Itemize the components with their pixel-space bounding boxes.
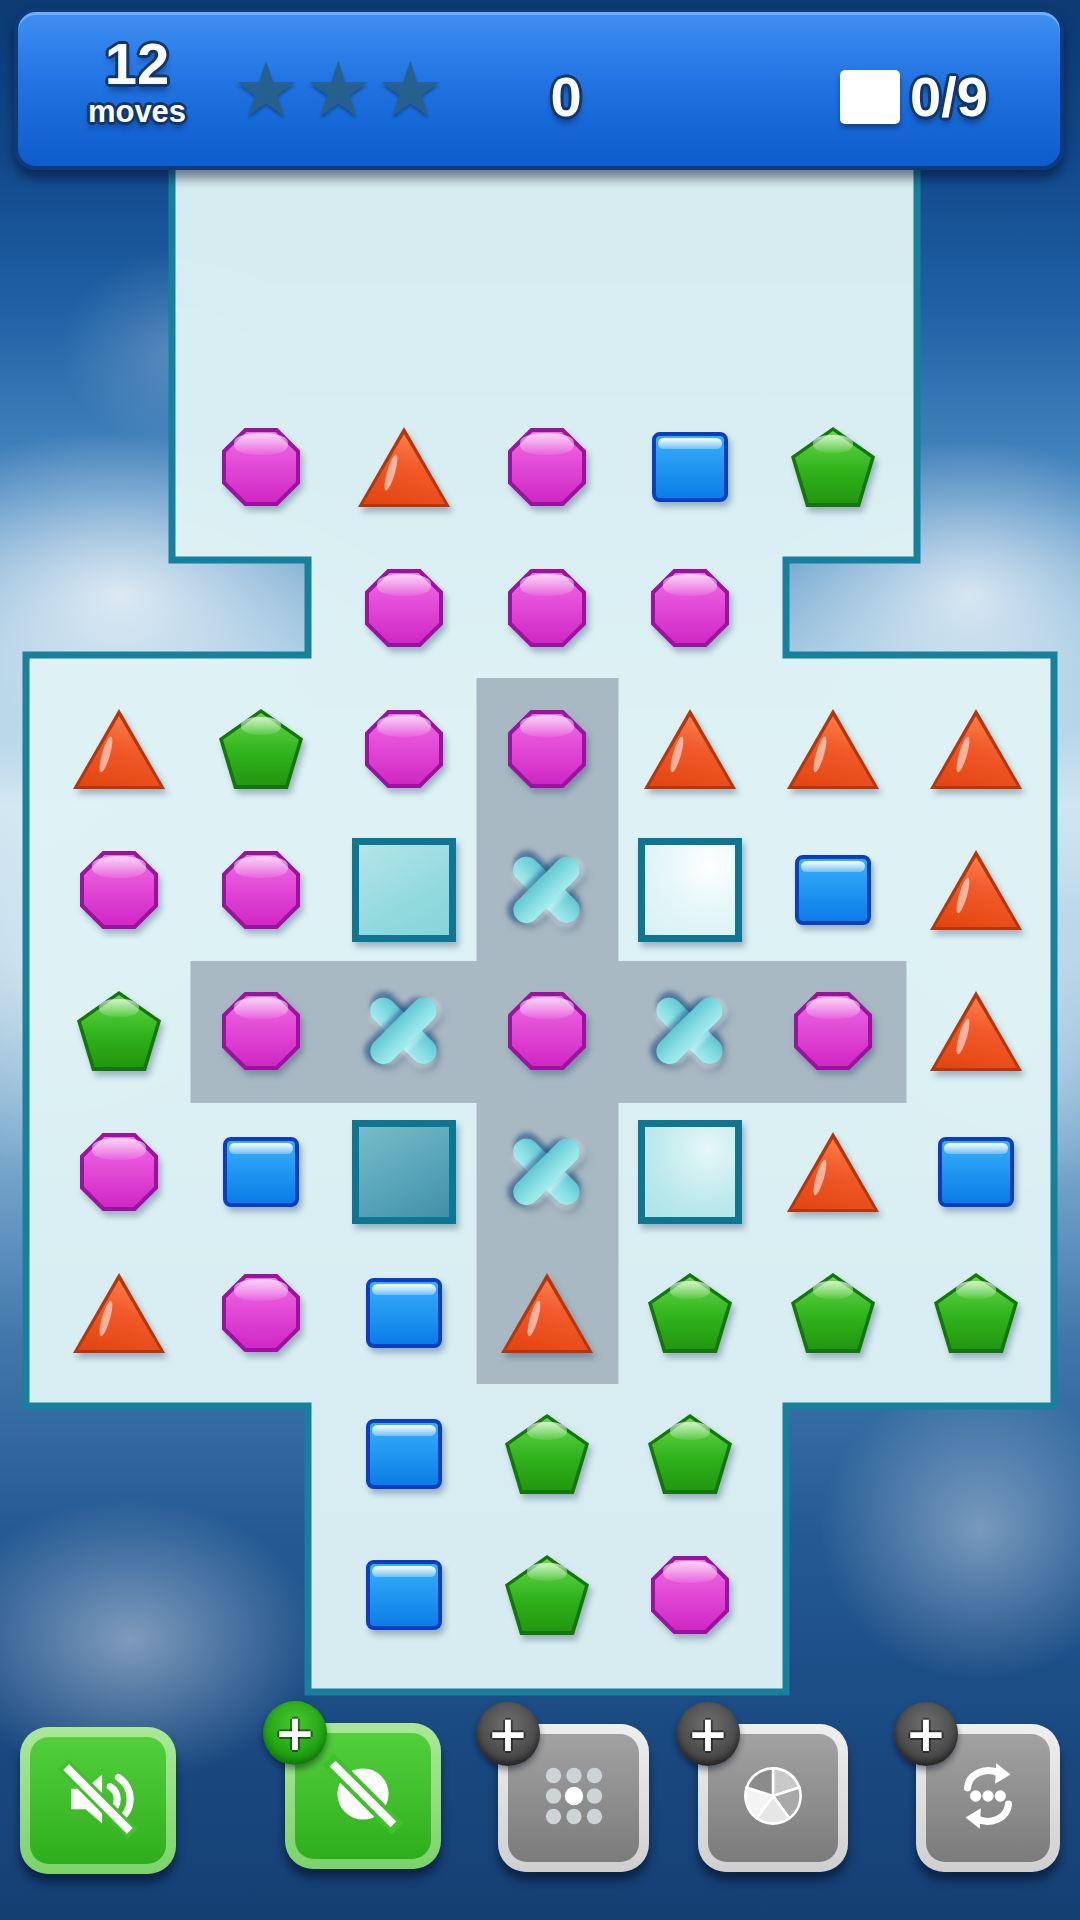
ice-tile-r5c2 xyxy=(352,838,456,942)
piece-triangle-r8c0[interactable] xyxy=(73,1273,165,1353)
piece-octagon-r3c3[interactable] xyxy=(508,569,586,647)
piece-square-r5c5[interactable] xyxy=(795,855,871,925)
piece-octagon-r5c1[interactable] xyxy=(222,851,300,929)
goal-progress: 0/9 xyxy=(910,64,988,129)
ball-slash-icon xyxy=(320,1751,406,1841)
score-value: 0 xyxy=(496,64,636,129)
pie-chart-icon xyxy=(730,1753,816,1843)
piece-square-r7c6[interactable] xyxy=(938,1137,1014,1207)
piece-pentagon-r9c3[interactable] xyxy=(505,1414,589,1494)
goal-chip: 0/9 xyxy=(840,64,988,129)
piece-pentagon-r8c6[interactable] xyxy=(934,1273,1018,1353)
piece-octagon-r3c2[interactable] xyxy=(365,569,443,647)
ice-tile-r7c2 xyxy=(352,1120,456,1224)
piece-octagon-r6c1[interactable] xyxy=(222,992,300,1070)
moves-label: moves xyxy=(62,96,212,128)
piece-octagon-r4c3[interactable] xyxy=(508,710,586,788)
piece-octagon-r8c1[interactable] xyxy=(222,1274,300,1352)
mute-button[interactable] xyxy=(20,1727,176,1874)
piece-square-r10c2[interactable] xyxy=(366,1560,442,1630)
piece-triangle-r4c6[interactable] xyxy=(930,709,1022,789)
piece-pentagon-r9c4[interactable] xyxy=(648,1414,732,1494)
piece-octagon-r2c1[interactable] xyxy=(222,428,300,506)
piece-pentagon-r4c1[interactable] xyxy=(219,709,303,789)
ice-tile-r7c4 xyxy=(638,1120,742,1224)
plus-badge: + xyxy=(263,1701,327,1765)
pie-chart-booster-button[interactable]: + xyxy=(698,1724,848,1872)
piece-triangle-r5c6[interactable] xyxy=(930,850,1022,930)
muted-speaker-icon xyxy=(55,1756,141,1846)
game-screen: 12 moves ★★★ 0 0/9 ++++ xyxy=(0,0,1080,1920)
piece-pentagon-r8c4[interactable] xyxy=(648,1273,732,1353)
plus-badge: + xyxy=(676,1702,740,1766)
hud-bar: 12 moves ★★★ 0 0/9 xyxy=(14,8,1064,170)
piece-triangle-r4c4[interactable] xyxy=(644,709,736,789)
piece-triangle-r2c2[interactable] xyxy=(358,427,450,507)
star-rating: ★★★ xyxy=(232,52,444,128)
moves-counter: 12 moves xyxy=(62,34,212,128)
ice-tile-r5c4 xyxy=(638,838,742,942)
piece-octagon-r6c5[interactable] xyxy=(794,992,872,1070)
plus-badge: + xyxy=(894,1702,958,1766)
piece-square-r9c2[interactable] xyxy=(366,1419,442,1489)
piece-triangle-r6c6[interactable] xyxy=(930,991,1022,1071)
shuffle-icon xyxy=(945,1753,1031,1843)
cross-blocker-r6c4 xyxy=(650,991,730,1071)
piece-triangle-r8c3[interactable] xyxy=(501,1273,593,1353)
hide-ball-button[interactable]: + xyxy=(285,1723,441,1869)
shuffle-booster-button[interactable]: + xyxy=(916,1724,1060,1872)
piece-square-r8c2[interactable] xyxy=(366,1278,442,1348)
plus-badge: + xyxy=(476,1702,540,1766)
piece-octagon-r6c3[interactable] xyxy=(508,992,586,1070)
piece-square-r7c1[interactable] xyxy=(223,1137,299,1207)
piece-pentagon-r8c5[interactable] xyxy=(791,1273,875,1353)
piece-pentagon-r2c5[interactable] xyxy=(791,427,875,507)
piece-triangle-r4c0[interactable] xyxy=(73,709,165,789)
moves-value: 12 xyxy=(62,34,212,94)
piece-octagon-r10c4[interactable] xyxy=(651,1556,729,1634)
star-icon: ★ xyxy=(232,52,300,128)
piece-triangle-r7c5[interactable] xyxy=(787,1132,879,1212)
piece-octagon-r5c0[interactable] xyxy=(80,851,158,929)
piece-square-r2c4[interactable] xyxy=(652,432,728,502)
white-square-goal-icon xyxy=(840,70,900,124)
piece-octagon-r4c2[interactable] xyxy=(365,710,443,788)
dots-grid-icon xyxy=(531,1753,617,1843)
piece-octagon-r7c0[interactable] xyxy=(80,1133,158,1211)
piece-pentagon-r10c3[interactable] xyxy=(505,1555,589,1635)
piece-pentagon-r6c0[interactable] xyxy=(77,991,161,1071)
dots-grid-booster-button[interactable]: + xyxy=(498,1724,649,1872)
cross-blocker-r5c3 xyxy=(507,850,587,930)
cross-blocker-r7c3 xyxy=(507,1132,587,1212)
piece-triangle-r4c5[interactable] xyxy=(787,709,879,789)
star-icon: ★ xyxy=(376,52,444,128)
piece-octagon-r3c4[interactable] xyxy=(651,569,729,647)
cross-blocker-r6c2 xyxy=(364,991,444,1071)
star-icon: ★ xyxy=(304,52,372,128)
piece-octagon-r2c3[interactable] xyxy=(508,428,586,506)
